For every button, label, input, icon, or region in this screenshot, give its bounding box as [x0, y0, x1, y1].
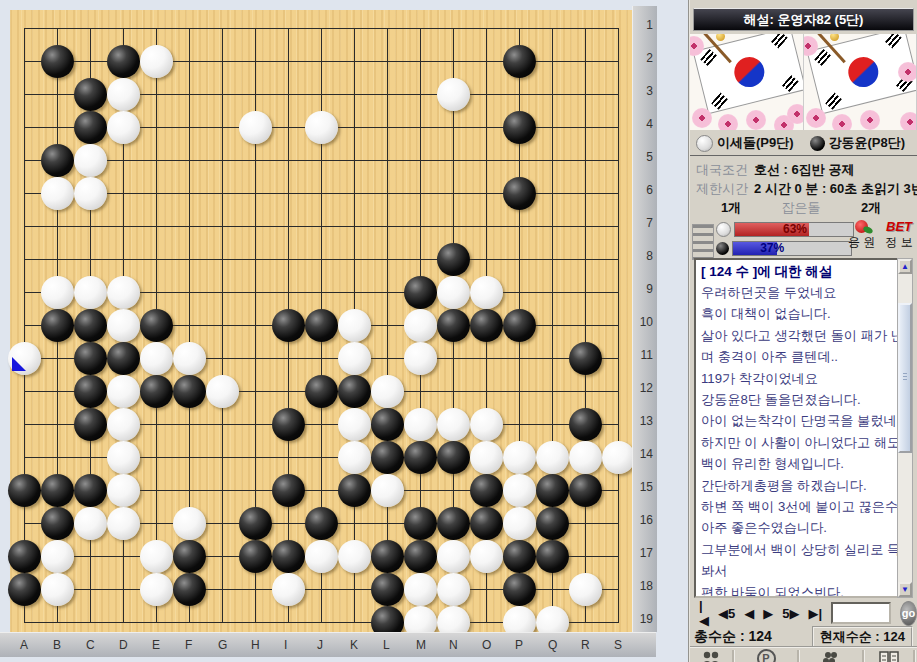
- black-player-name: 강동윤(P8단): [829, 134, 906, 152]
- flag-knob: [830, 34, 839, 41]
- game-conditions: 대국조건호선 : 6집반 공제 제한시간2 시간 0 분 : 60초 초읽기 3…: [690, 156, 917, 217]
- stone-white[interactable]: [437, 78, 470, 111]
- stone-white[interactable]: [404, 573, 437, 606]
- stone-black[interactable]: [305, 375, 338, 408]
- stone-black[interactable]: [503, 45, 536, 78]
- nav-forward-button[interactable]: ▶: [763, 606, 773, 621]
- scroll-down-button[interactable]: ▼: [898, 582, 912, 597]
- stone-white[interactable]: [107, 375, 140, 408]
- stone-white[interactable]: [305, 540, 338, 573]
- stone-black[interactable]: [437, 309, 470, 342]
- row-label: 1: [633, 18, 653, 32]
- stone-black[interactable]: [272, 309, 305, 342]
- stone-black[interactable]: [437, 243, 470, 276]
- go-client-window: 12345678910111213141516171819 ABCDEFGHIJ…: [0, 0, 917, 662]
- commentary-line: 살아 있다고 생각했던 돌이 패가 난다: [701, 325, 898, 346]
- stone-white[interactable]: [503, 507, 536, 540]
- move-totals: 총수순 : 124 현재수순 : 124: [694, 626, 915, 648]
- stone-black[interactable]: [74, 375, 107, 408]
- row-label: 16: [633, 513, 653, 527]
- stone-white[interactable]: [173, 342, 206, 375]
- goban[interactable]: [10, 10, 632, 632]
- flags-banner: [690, 34, 917, 130]
- row-label: 2: [633, 51, 653, 65]
- commentary-line: 119가 착각이었네요: [701, 368, 898, 389]
- stone-black[interactable]: [41, 144, 74, 177]
- row-label: 5: [633, 150, 653, 164]
- stone-white[interactable]: [404, 342, 437, 375]
- row-labels: 12345678910111213141516171819: [632, 6, 657, 632]
- stone-white[interactable]: [305, 111, 338, 144]
- stone-white[interactable]: [107, 309, 140, 342]
- black-player: 강동윤(P8단): [804, 132, 917, 156]
- stone-white[interactable]: [140, 540, 173, 573]
- last-move-marker: [12, 357, 26, 371]
- white-stone-icon: [696, 135, 713, 152]
- cheer-button[interactable]: 응 원: [848, 220, 875, 249]
- flag-cloth: [693, 34, 804, 114]
- flag-knob: [716, 34, 725, 41]
- stone-black[interactable]: [338, 474, 371, 507]
- stone-black[interactable]: [8, 573, 41, 606]
- stone-black[interactable]: [107, 45, 140, 78]
- stone-black[interactable]: [74, 78, 107, 111]
- stone-white[interactable]: [437, 408, 470, 441]
- black-winrate-row: 37%: [716, 241, 852, 256]
- info-button[interactable]: BET 정 보: [885, 220, 912, 249]
- stone-black[interactable]: [503, 111, 536, 144]
- stone-black[interactable]: [272, 540, 305, 573]
- stone-white[interactable]: [107, 474, 140, 507]
- stone-white[interactable]: [437, 276, 470, 309]
- chat-icon: [690, 650, 732, 662]
- stone-black[interactable]: [371, 540, 404, 573]
- time-row: 제한시간2 시간 0 분 : 60초 초읽기 3번: [696, 179, 917, 198]
- joseki-icon: P: [735, 650, 797, 662]
- chat-button[interactable]: 채 팅: [690, 648, 732, 662]
- black-stone-icon: [716, 242, 729, 255]
- scroll-up-button[interactable]: ▲: [898, 259, 912, 274]
- stone-white[interactable]: [338, 408, 371, 441]
- stone-black[interactable]: [470, 474, 503, 507]
- commentary-scrollbar[interactable]: ▲ ▼: [897, 258, 913, 598]
- stone-white[interactable]: [371, 375, 404, 408]
- stone-black[interactable]: [437, 507, 470, 540]
- stone-white[interactable]: [107, 276, 140, 309]
- stone-white[interactable]: [536, 441, 569, 474]
- row-label: 12: [633, 381, 653, 395]
- stone-black[interactable]: [503, 177, 536, 210]
- commentary-line: 백이 유리한 형세입니다.: [701, 453, 898, 474]
- menu-icon: [865, 650, 913, 662]
- stone-black[interactable]: [140, 309, 173, 342]
- nav-back-button[interactable]: ◀: [744, 606, 754, 621]
- nav-last-button[interactable]: ▶|: [808, 606, 822, 621]
- move-navigation: |◀ ◀5 ◀ ▶ 5▶ ▶| go: [692, 601, 917, 625]
- nav-forward5-button[interactable]: 5▶: [782, 606, 799, 621]
- stone-black[interactable]: [41, 507, 74, 540]
- stone-white[interactable]: [206, 375, 239, 408]
- scrollbar-thumb[interactable]: [898, 303, 912, 453]
- stone-white[interactable]: [41, 540, 74, 573]
- go-button[interactable]: go: [900, 601, 917, 626]
- stone-white[interactable]: [272, 573, 305, 606]
- row-label: 15: [633, 480, 653, 494]
- stone-black[interactable]: [569, 408, 602, 441]
- stone-white[interactable]: [41, 177, 74, 210]
- stone-white[interactable]: [41, 573, 74, 606]
- commentary-line: 우려하던곳을 두었네요: [701, 282, 898, 303]
- taegeuk-icon: [731, 54, 767, 90]
- stone-black[interactable]: [74, 408, 107, 441]
- captured-white-count: 1개: [696, 198, 766, 217]
- white-player: 이세돌(P9단): [690, 132, 804, 156]
- stone-black[interactable]: [437, 441, 470, 474]
- stone-white[interactable]: [140, 573, 173, 606]
- stone-white[interactable]: [338, 309, 371, 342]
- bet-logo-icon: BET: [885, 220, 912, 236]
- white-winrate-row: 63%: [716, 222, 854, 237]
- commentary-line: 하변 쪽 백이 3선에 붙이고 끊은수가: [701, 496, 898, 517]
- stone-white[interactable]: [140, 45, 173, 78]
- commentary-line: 며 충격이 아주 클텐데..: [701, 346, 898, 367]
- stone-white[interactable]: [404, 309, 437, 342]
- row-label: 18: [633, 579, 653, 593]
- list-icon: [692, 224, 714, 260]
- stone-black[interactable]: [503, 540, 536, 573]
- row-label: 3: [633, 84, 653, 98]
- stone-white[interactable]: [602, 441, 635, 474]
- stone-black[interactable]: [371, 573, 404, 606]
- stone-white[interactable]: [437, 573, 470, 606]
- commentary-line: 간단하게총평을 하겠습니다.: [701, 475, 898, 496]
- stone-black[interactable]: [338, 375, 371, 408]
- stone-white[interactable]: [569, 441, 602, 474]
- total-moves: 총수순 : 124: [694, 628, 772, 646]
- korea-flag-left: [690, 34, 804, 130]
- stone-white[interactable]: [437, 540, 470, 573]
- stone-black[interactable]: [173, 540, 206, 573]
- review-icon: [800, 650, 862, 662]
- stone-black[interactable]: [404, 276, 437, 309]
- stone-white[interactable]: [470, 441, 503, 474]
- stone-black[interactable]: [8, 540, 41, 573]
- stone-black[interactable]: [536, 540, 569, 573]
- commentary-line: 아주 좋은수였습니다.: [701, 517, 898, 538]
- stone-white[interactable]: [338, 342, 371, 375]
- stone-white[interactable]: [140, 342, 173, 375]
- stone-white[interactable]: [74, 276, 107, 309]
- row-label: 19: [633, 612, 653, 626]
- white-winrate-bar: 63%: [734, 222, 854, 237]
- stone-black[interactable]: [173, 375, 206, 408]
- stone-black[interactable]: [272, 474, 305, 507]
- stone-white[interactable]: [8, 342, 41, 375]
- commentary-line: 봐서: [701, 560, 898, 581]
- commentary-line: 그부분에서 백이 상당히 실리로 득을: [701, 539, 898, 560]
- stone-black[interactable]: [536, 474, 569, 507]
- stone-black[interactable]: [74, 474, 107, 507]
- black-stone-icon: [810, 136, 825, 151]
- stone-black[interactable]: [569, 342, 602, 375]
- row-label: 14: [633, 447, 653, 461]
- commentary-box[interactable]: [ 124 수 ]에 대한 해설 우려하던곳을 두었네요흑이 대책이 없습니다.…: [694, 258, 903, 598]
- commentary-line: 하지만 이 사활이 아니었다고 해도: [701, 432, 898, 453]
- col-labels: ABCDEFGHIJKLMNOPQRS: [0, 632, 656, 657]
- stone-black[interactable]: [503, 309, 536, 342]
- korea-flag-right: [804, 34, 917, 130]
- stone-black[interactable]: [404, 540, 437, 573]
- stone-white[interactable]: [503, 474, 536, 507]
- commentary-line: 강동윤8단 돌을던졌습니다.: [701, 389, 898, 410]
- row-label: 13: [633, 414, 653, 428]
- white-winrate-value: 63%: [783, 222, 807, 236]
- row-label: 10: [633, 315, 653, 329]
- stone-black[interactable]: [371, 408, 404, 441]
- stone-black[interactable]: [305, 507, 338, 540]
- players-row: 이세돌(P9단) 강동윤(P8단): [690, 132, 917, 156]
- stone-white[interactable]: [404, 408, 437, 441]
- stone-white[interactable]: [239, 111, 272, 144]
- stone-white[interactable]: [107, 111, 140, 144]
- stone-black[interactable]: [41, 309, 74, 342]
- stone-black[interactable]: [305, 309, 338, 342]
- commentary-line: 흑이 대책이 없습니다.: [701, 303, 898, 324]
- review-button[interactable]: 대국검토: [800, 648, 862, 662]
- stone-white[interactable]: [470, 276, 503, 309]
- commentator-header: 해설: 운영자82 (5단): [693, 8, 914, 31]
- stone-black[interactable]: [8, 474, 41, 507]
- captured-black-count: 2개: [836, 198, 906, 217]
- stone-white[interactable]: [470, 540, 503, 573]
- row-label: 17: [633, 546, 653, 560]
- commentary-line: 편한 바둑이 되었스빈다.: [701, 582, 898, 598]
- row-label: 9: [633, 282, 653, 296]
- captured-row: 1개 잡은돌 2개: [696, 198, 917, 217]
- nav-first-button[interactable]: |◀: [699, 598, 709, 628]
- stone-white[interactable]: [338, 540, 371, 573]
- condition-row: 대국조건호선 : 6집반 공제: [696, 160, 917, 179]
- stone-white[interactable]: [503, 441, 536, 474]
- stone-black[interactable]: [140, 375, 173, 408]
- stone-white[interactable]: [41, 276, 74, 309]
- stone-black[interactable]: [470, 309, 503, 342]
- stone-black[interactable]: [272, 408, 305, 441]
- stone-black[interactable]: [74, 309, 107, 342]
- stone-black[interactable]: [173, 573, 206, 606]
- stone-black[interactable]: [569, 474, 602, 507]
- row-label: 7: [633, 216, 653, 230]
- row-label: 11: [633, 348, 653, 362]
- stone-black[interactable]: [107, 342, 140, 375]
- stone-black[interactable]: [371, 441, 404, 474]
- stone-white[interactable]: [371, 474, 404, 507]
- taegeuk-icon: [844, 54, 880, 90]
- stone-white[interactable]: [74, 507, 107, 540]
- commentary-title: [ 124 수 ]에 대한 해설: [701, 261, 898, 282]
- stone-white[interactable]: [338, 441, 371, 474]
- stone-white[interactable]: [173, 507, 206, 540]
- stone-black[interactable]: [74, 111, 107, 144]
- black-winrate-bar: 37%: [732, 241, 852, 256]
- bottom-toolbar: 채 팅 P 포석정석 대국검토 메 뉴: [690, 646, 917, 662]
- stone-white[interactable]: [74, 177, 107, 210]
- stone-black[interactable]: [74, 342, 107, 375]
- stone-white[interactable]: [107, 78, 140, 111]
- stone-black[interactable]: [404, 441, 437, 474]
- side-panel: 해설: 운영자82 (5단): [688, 0, 917, 662]
- stone-black[interactable]: [470, 507, 503, 540]
- stone-white[interactable]: [107, 408, 140, 441]
- stone-white[interactable]: [470, 408, 503, 441]
- current-move: 현재수순 : 124: [812, 626, 913, 648]
- white-player-name: 이세돌(P9단): [717, 134, 794, 152]
- commentary-line: 아이 없는착각이 단명국을 불렀네요: [701, 410, 898, 431]
- black-winrate-value: 37%: [760, 241, 784, 255]
- nav-back5-button[interactable]: ◀5: [718, 606, 735, 621]
- stone-white[interactable]: [74, 144, 107, 177]
- captured-label: 잡은돌: [766, 198, 836, 217]
- stone-black[interactable]: [503, 573, 536, 606]
- menu-button[interactable]: 메 뉴: [865, 648, 913, 662]
- joseki-button[interactable]: P 포석정석: [735, 648, 797, 662]
- row-label: 6: [633, 183, 653, 197]
- move-number-input[interactable]: [831, 602, 891, 624]
- stone-black[interactable]: [41, 474, 74, 507]
- row-label: 8: [633, 249, 653, 263]
- stone-white[interactable]: [569, 573, 602, 606]
- stone-black[interactable]: [404, 507, 437, 540]
- stone-black[interactable]: [239, 507, 272, 540]
- stone-black[interactable]: [41, 45, 74, 78]
- stone-white[interactable]: [107, 507, 140, 540]
- row-label: 4: [633, 117, 653, 131]
- white-stone-icon: [716, 222, 731, 237]
- stone-black[interactable]: [239, 540, 272, 573]
- stone-white[interactable]: [107, 441, 140, 474]
- rose-icon: [853, 220, 871, 236]
- stone-black[interactable]: [536, 507, 569, 540]
